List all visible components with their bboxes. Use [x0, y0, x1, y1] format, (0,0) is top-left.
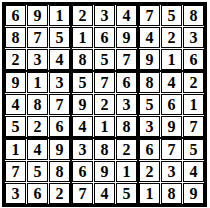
cell-r9c6[interactable]: 5: [116, 183, 137, 204]
cell-r7c5[interactable]: 8: [94, 139, 115, 160]
cell-r1c7[interactable]: 7: [139, 5, 160, 26]
cell-r4c1[interactable]: 9: [5, 72, 26, 93]
cell-r4c5[interactable]: 7: [94, 72, 115, 93]
box-6: 842561397: [139, 72, 204, 137]
cell-r5c6[interactable]: 3: [116, 94, 137, 115]
cell-r2c3[interactable]: 5: [49, 27, 70, 48]
cell-r7c2[interactable]: 4: [27, 139, 48, 160]
cell-r9c7[interactable]: 1: [139, 183, 160, 204]
cell-r8c1[interactable]: 7: [5, 161, 26, 182]
cell-r6c1[interactable]: 5: [5, 116, 26, 137]
cell-r1c8[interactable]: 5: [161, 5, 182, 26]
box-2: 234169857: [72, 5, 137, 70]
cell-r6c4[interactable]: 4: [72, 116, 93, 137]
cell-r3c7[interactable]: 9: [139, 49, 160, 70]
cell-r4c3[interactable]: 3: [49, 72, 70, 93]
cell-r4c4[interactable]: 5: [72, 72, 93, 93]
cell-r5c8[interactable]: 6: [161, 94, 182, 115]
cell-r7c6[interactable]: 2: [116, 139, 137, 160]
cell-r4c9[interactable]: 2: [183, 72, 204, 93]
cell-r9c5[interactable]: 4: [94, 183, 115, 204]
cell-r3c8[interactable]: 1: [161, 49, 182, 70]
box-3: 758423916: [139, 5, 204, 70]
cell-r2c6[interactable]: 9: [116, 27, 137, 48]
cell-r5c4[interactable]: 9: [72, 94, 93, 115]
cell-r8c5[interactable]: 9: [94, 161, 115, 182]
cell-r2c9[interactable]: 3: [183, 27, 204, 48]
cell-r6c6[interactable]: 8: [116, 116, 137, 137]
cell-r7c8[interactable]: 7: [161, 139, 182, 160]
box-7: 149758362: [5, 139, 70, 204]
cell-r5c2[interactable]: 8: [27, 94, 48, 115]
cell-r7c4[interactable]: 3: [72, 139, 93, 160]
cell-r5c7[interactable]: 5: [139, 94, 160, 115]
cell-r1c1[interactable]: 6: [5, 5, 26, 26]
cell-r8c4[interactable]: 6: [72, 161, 93, 182]
cell-r9c4[interactable]: 7: [72, 183, 93, 204]
cell-r8c9[interactable]: 4: [183, 161, 204, 182]
cell-r8c2[interactable]: 5: [27, 161, 48, 182]
cell-r2c7[interactable]: 4: [139, 27, 160, 48]
cell-r3c3[interactable]: 4: [49, 49, 70, 70]
cell-r2c2[interactable]: 7: [27, 27, 48, 48]
cell-r6c9[interactable]: 7: [183, 116, 204, 137]
cell-r4c8[interactable]: 4: [161, 72, 182, 93]
cell-r1c4[interactable]: 2: [72, 5, 93, 26]
box-4: 913487526: [5, 72, 70, 137]
cell-r4c2[interactable]: 1: [27, 72, 48, 93]
cell-r7c7[interactable]: 6: [139, 139, 160, 160]
cell-r1c2[interactable]: 9: [27, 5, 48, 26]
sudoku-board: 6918752342341698577584239169134875265769…: [2, 2, 207, 207]
cell-r6c7[interactable]: 3: [139, 116, 160, 137]
cell-r8c6[interactable]: 1: [116, 161, 137, 182]
cell-r9c3[interactable]: 2: [49, 183, 70, 204]
cell-r6c2[interactable]: 2: [27, 116, 48, 137]
cell-r7c3[interactable]: 9: [49, 139, 70, 160]
box-5: 576923418: [72, 72, 137, 137]
cell-r2c5[interactable]: 6: [94, 27, 115, 48]
cell-r8c7[interactable]: 2: [139, 161, 160, 182]
cell-r1c5[interactable]: 3: [94, 5, 115, 26]
cell-r3c9[interactable]: 6: [183, 49, 204, 70]
box-1: 691875234: [5, 5, 70, 70]
cell-r6c5[interactable]: 1: [94, 116, 115, 137]
cell-r1c9[interactable]: 8: [183, 5, 204, 26]
cell-r5c1[interactable]: 4: [5, 94, 26, 115]
cell-r2c4[interactable]: 1: [72, 27, 93, 48]
cell-r8c3[interactable]: 8: [49, 161, 70, 182]
cell-r6c3[interactable]: 6: [49, 116, 70, 137]
cell-r5c9[interactable]: 1: [183, 94, 204, 115]
cell-r5c3[interactable]: 7: [49, 94, 70, 115]
cell-r7c1[interactable]: 1: [5, 139, 26, 160]
cell-r3c5[interactable]: 5: [94, 49, 115, 70]
cell-r4c6[interactable]: 6: [116, 72, 137, 93]
box-8: 382691745: [72, 139, 137, 204]
cell-r3c6[interactable]: 7: [116, 49, 137, 70]
cell-r6c8[interactable]: 9: [161, 116, 182, 137]
cell-r2c8[interactable]: 2: [161, 27, 182, 48]
cell-r3c4[interactable]: 8: [72, 49, 93, 70]
cell-r9c2[interactable]: 6: [27, 183, 48, 204]
cell-r9c8[interactable]: 8: [161, 183, 182, 204]
cell-r5c5[interactable]: 2: [94, 94, 115, 115]
cell-r9c9[interactable]: 9: [183, 183, 204, 204]
cell-r4c7[interactable]: 8: [139, 72, 160, 93]
cell-r1c3[interactable]: 1: [49, 5, 70, 26]
cell-r3c2[interactable]: 3: [27, 49, 48, 70]
cell-r1c6[interactable]: 4: [116, 5, 137, 26]
box-9: 675234189: [139, 139, 204, 204]
cell-r3c1[interactable]: 2: [5, 49, 26, 70]
cell-r7c9[interactable]: 5: [183, 139, 204, 160]
cell-r8c8[interactable]: 3: [161, 161, 182, 182]
cell-r2c1[interactable]: 8: [5, 27, 26, 48]
cell-r9c1[interactable]: 3: [5, 183, 26, 204]
